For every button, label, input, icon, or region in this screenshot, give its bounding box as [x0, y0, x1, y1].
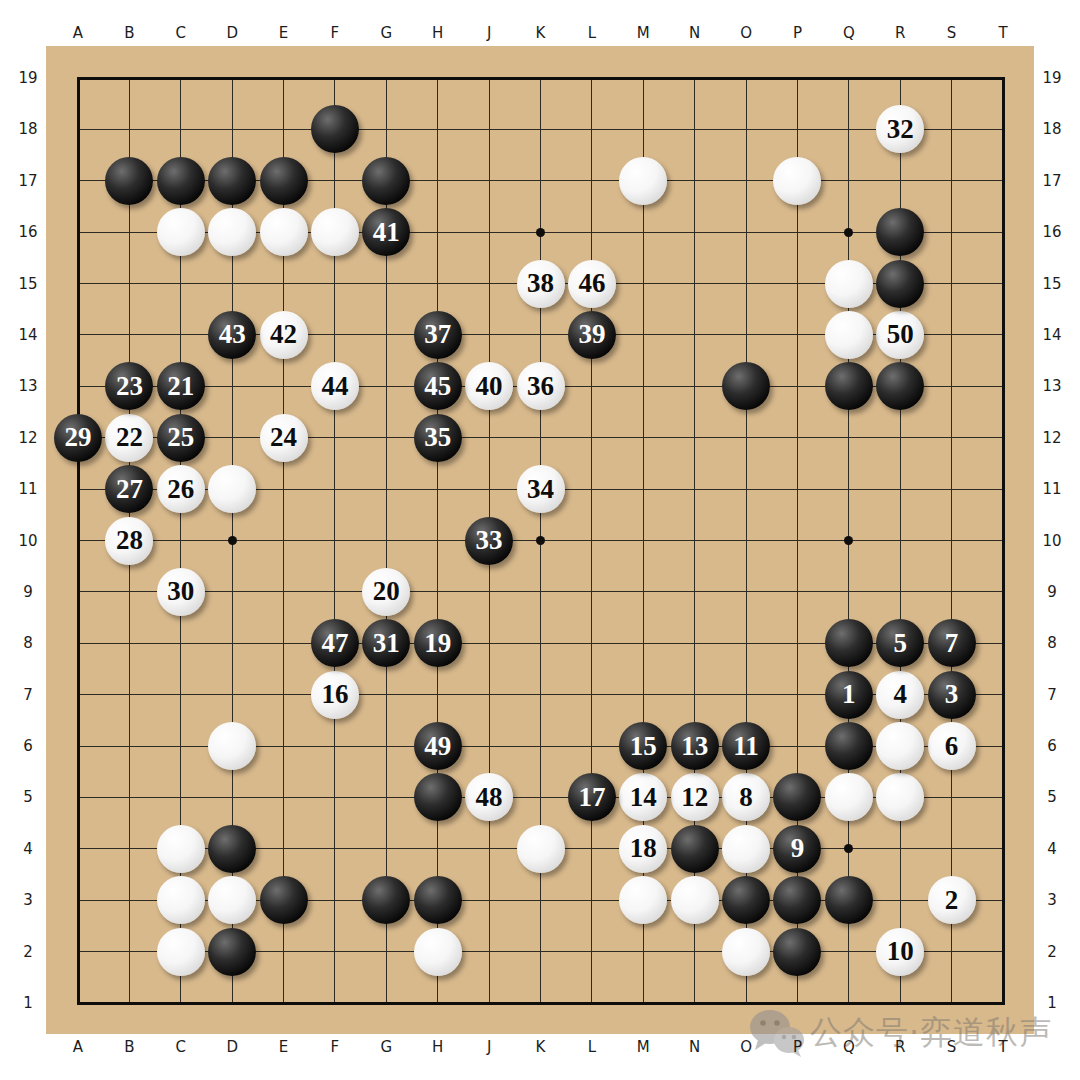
- stone-white: [260, 208, 308, 256]
- col-label-top: R: [895, 24, 905, 42]
- row-label-right: 15: [1042, 275, 1061, 293]
- row-label-right: 11: [1042, 480, 1061, 498]
- row-label-left: 15: [18, 275, 37, 293]
- stone-move-number: 27: [116, 476, 143, 503]
- stone-white: [157, 208, 205, 256]
- stone-black: [362, 157, 410, 205]
- stone-white: [722, 928, 770, 976]
- col-label-bottom: D: [226, 1038, 238, 1056]
- row-label-left: 4: [23, 840, 33, 858]
- stone-move-number: 47: [321, 630, 348, 657]
- stone-white: [208, 208, 256, 256]
- stone-black: [876, 260, 924, 308]
- stone-white: [157, 825, 205, 873]
- stone-black: [311, 105, 359, 153]
- col-label-top: M: [637, 24, 650, 42]
- row-label-left: 14: [18, 326, 37, 344]
- stone-move-number: 21: [167, 373, 194, 400]
- col-label-top: F: [331, 24, 340, 42]
- col-label-top: J: [487, 24, 491, 42]
- hoshi-point: [536, 228, 545, 237]
- col-label-top: H: [432, 24, 443, 42]
- stone-black: [773, 928, 821, 976]
- stone-white-move-20: 20: [362, 568, 410, 616]
- stone-move-number: 12: [681, 784, 708, 811]
- stone-move-number: 7: [945, 630, 959, 657]
- stone-move-number: 49: [424, 733, 451, 760]
- stone-black: [825, 362, 873, 410]
- col-label-bottom: E: [279, 1038, 288, 1056]
- row-label-left: 8: [23, 634, 33, 652]
- col-label-top: K: [536, 24, 546, 42]
- stone-white: [825, 773, 873, 821]
- row-label-left: 12: [18, 429, 37, 447]
- stone-black-move-15: 15: [619, 722, 667, 770]
- row-label-left: 5: [23, 788, 33, 806]
- stone-move-number: 8: [739, 784, 753, 811]
- row-label-right: 4: [1047, 840, 1057, 858]
- stone-black-move-9: 9: [773, 825, 821, 873]
- col-label-top: A: [73, 24, 83, 42]
- row-label-left: 3: [23, 891, 33, 909]
- stone-black-move-21: 21: [157, 362, 205, 410]
- stone-move-number: 37: [424, 321, 451, 348]
- row-label-right: 13: [1042, 377, 1061, 395]
- stone-black: [414, 876, 462, 924]
- stone-move-number: 24: [270, 424, 297, 451]
- stone-black-move-19: 19: [414, 619, 462, 667]
- col-label-bottom: L: [588, 1038, 596, 1056]
- stone-white-move-38: 38: [517, 260, 565, 308]
- stone-move-number: 29: [65, 424, 92, 451]
- stone-black: [671, 825, 719, 873]
- col-label-bottom: Q: [843, 1038, 855, 1056]
- hoshi-point: [228, 536, 237, 545]
- stone-move-number: 13: [681, 733, 708, 760]
- col-label-bottom: C: [176, 1038, 186, 1056]
- stone-white: [311, 208, 359, 256]
- stone-move-number: 30: [167, 578, 194, 605]
- stone-move-number: 50: [887, 321, 914, 348]
- stone-black: [722, 876, 770, 924]
- stone-white: [208, 722, 256, 770]
- stone-white-move-30: 30: [157, 568, 205, 616]
- col-label-top: T: [998, 24, 1007, 42]
- row-label-right: 7: [1047, 686, 1057, 704]
- col-label-bottom: J: [487, 1038, 491, 1056]
- stone-move-number: 9: [791, 835, 805, 862]
- stone-move-number: 25: [167, 424, 194, 451]
- stone-black: [825, 876, 873, 924]
- stone-move-number: 31: [373, 630, 400, 657]
- stone-white: [619, 157, 667, 205]
- col-label-top: B: [124, 24, 134, 42]
- stone-white: [157, 876, 205, 924]
- row-label-right: 8: [1047, 634, 1057, 652]
- stone-white-move-28: 28: [105, 517, 153, 565]
- col-label-bottom: N: [689, 1038, 700, 1056]
- stone-black: [105, 157, 153, 205]
- col-label-bottom: T: [998, 1038, 1007, 1056]
- row-label-left: 9: [23, 583, 33, 601]
- stone-move-number: 5: [893, 630, 907, 657]
- stone-white-move-18: 18: [619, 825, 667, 873]
- stone-white: [722, 825, 770, 873]
- stone-white: [414, 928, 462, 976]
- stone-move-number: 32: [887, 116, 914, 143]
- row-label-left: 10: [18, 532, 37, 550]
- stone-white-move-16: 16: [311, 671, 359, 719]
- stone-move-number: 19: [424, 630, 451, 657]
- stone-black-move-43: 43: [208, 311, 256, 359]
- stone-move-number: 40: [476, 373, 503, 400]
- stone-move-number: 2: [945, 887, 959, 914]
- stone-black-move-33: 33: [465, 517, 513, 565]
- stone-black-move-17: 17: [568, 773, 616, 821]
- stone-move-number: 23: [116, 373, 143, 400]
- col-label-top: Q: [843, 24, 855, 42]
- stone-white: [825, 260, 873, 308]
- stone-move-number: 17: [578, 784, 605, 811]
- stone-white-move-36: 36: [517, 362, 565, 410]
- stone-move-number: 4: [893, 681, 907, 708]
- stone-move-number: 28: [116, 527, 143, 554]
- stone-move-number: 42: [270, 321, 297, 348]
- hoshi-point: [536, 536, 545, 545]
- stone-white-move-2: 2: [928, 876, 976, 924]
- stone-move-number: 16: [321, 681, 348, 708]
- stone-white: [773, 157, 821, 205]
- col-label-top: D: [226, 24, 238, 42]
- col-label-bottom: B: [124, 1038, 134, 1056]
- stone-white-move-12: 12: [671, 773, 719, 821]
- stone-move-number: 43: [219, 321, 246, 348]
- stone-black-move-35: 35: [414, 414, 462, 462]
- col-label-bottom: R: [895, 1038, 905, 1056]
- stone-black: [208, 825, 256, 873]
- row-label-right: 18: [1042, 120, 1061, 138]
- row-label-left: 2: [23, 943, 33, 961]
- col-label-bottom: A: [73, 1038, 83, 1056]
- page: AABBCCDDEEFFGGHHJJKKLLMMNNOOPPQQRRSSTT19…: [0, 0, 1080, 1080]
- stone-white: [876, 722, 924, 770]
- stone-move-number: 1: [842, 681, 856, 708]
- stone-black: [157, 157, 205, 205]
- stone-white-move-4: 4: [876, 671, 924, 719]
- col-label-top: G: [381, 24, 393, 42]
- stone-move-number: 48: [476, 784, 503, 811]
- col-label-top: C: [176, 24, 186, 42]
- stone-white-move-50: 50: [876, 311, 924, 359]
- row-label-left: 11: [18, 480, 37, 498]
- stone-move-number: 46: [578, 270, 605, 297]
- stone-move-number: 11: [733, 733, 759, 760]
- col-label-top: O: [740, 24, 752, 42]
- hoshi-point: [844, 228, 853, 237]
- row-label-right: 5: [1047, 788, 1057, 806]
- stone-white-move-10: 10: [876, 928, 924, 976]
- stone-white: [671, 876, 719, 924]
- col-label-top: S: [947, 24, 957, 42]
- stone-white: [517, 825, 565, 873]
- row-label-right: 10: [1042, 532, 1061, 550]
- col-label-top: N: [689, 24, 700, 42]
- stone-white-move-44: 44: [311, 362, 359, 410]
- col-label-top: L: [588, 24, 596, 42]
- stone-white-move-6: 6: [928, 722, 976, 770]
- row-label-right: 12: [1042, 429, 1061, 447]
- stone-white-move-26: 26: [157, 465, 205, 513]
- row-label-right: 14: [1042, 326, 1061, 344]
- col-label-bottom: P: [793, 1038, 802, 1056]
- stone-move-number: 39: [578, 321, 605, 348]
- stone-black-move-37: 37: [414, 311, 462, 359]
- col-label-bottom: S: [947, 1038, 957, 1056]
- row-label-right: 19: [1042, 69, 1061, 87]
- stone-black-move-39: 39: [568, 311, 616, 359]
- stone-white: [208, 465, 256, 513]
- col-label-bottom: K: [536, 1038, 546, 1056]
- row-label-left: 17: [18, 172, 37, 190]
- row-label-left: 7: [23, 686, 33, 704]
- stone-move-number: 26: [167, 476, 194, 503]
- row-label-right: 1: [1047, 994, 1057, 1012]
- col-label-bottom: O: [740, 1038, 752, 1056]
- stone-move-number: 38: [527, 270, 554, 297]
- stone-move-number: 14: [630, 784, 657, 811]
- stone-black: [208, 928, 256, 976]
- stone-white-move-34: 34: [517, 465, 565, 513]
- stone-black-move-29: 29: [54, 414, 102, 462]
- stone-move-number: 41: [373, 219, 400, 246]
- row-label-right: 6: [1047, 737, 1057, 755]
- stone-black: [260, 157, 308, 205]
- stone-black: [825, 619, 873, 667]
- row-label-left: 6: [23, 737, 33, 755]
- stone-white-move-46: 46: [568, 260, 616, 308]
- row-label-right: 16: [1042, 223, 1061, 241]
- col-label-bottom: F: [331, 1038, 340, 1056]
- row-label-left: 16: [18, 223, 37, 241]
- stone-move-number: 35: [424, 424, 451, 451]
- col-label-bottom: H: [432, 1038, 443, 1056]
- stone-white: [157, 928, 205, 976]
- row-label-left: 1: [23, 994, 33, 1012]
- stone-move-number: 22: [116, 424, 143, 451]
- stone-black-move-7: 7: [928, 619, 976, 667]
- row-label-left: 18: [18, 120, 37, 138]
- stone-black: [208, 157, 256, 205]
- stone-move-number: 34: [527, 476, 554, 503]
- col-label-top: E: [279, 24, 288, 42]
- stone-move-number: 36: [527, 373, 554, 400]
- stone-white-move-42: 42: [260, 311, 308, 359]
- stone-black-move-47: 47: [311, 619, 359, 667]
- stone-move-number: 10: [887, 938, 914, 965]
- stone-black-move-45: 45: [414, 362, 462, 410]
- row-label-right: 2: [1047, 943, 1057, 961]
- stone-white-move-24: 24: [260, 414, 308, 462]
- row-label-left: 19: [18, 69, 37, 87]
- stone-black: [260, 876, 308, 924]
- stone-black-move-13: 13: [671, 722, 719, 770]
- stone-move-number: 15: [630, 733, 657, 760]
- row-label-left: 13: [18, 377, 37, 395]
- col-label-bottom: G: [381, 1038, 393, 1056]
- stone-move-number: 6: [945, 733, 959, 760]
- stone-move-number: 3: [945, 681, 959, 708]
- stone-black-move-25: 25: [157, 414, 205, 462]
- stone-black-move-3: 3: [928, 671, 976, 719]
- stone-white-move-22: 22: [105, 414, 153, 462]
- row-label-right: 17: [1042, 172, 1061, 190]
- stone-black: [414, 773, 462, 821]
- row-label-right: 3: [1047, 891, 1057, 909]
- stone-move-number: 44: [321, 373, 348, 400]
- stone-move-number: 33: [476, 527, 503, 554]
- stone-move-number: 18: [630, 835, 657, 862]
- stone-black: [825, 722, 873, 770]
- stone-black-move-1: 1: [825, 671, 873, 719]
- stone-move-number: 45: [424, 373, 451, 400]
- stone-black-move-11: 11: [722, 722, 770, 770]
- stone-move-number: 20: [373, 578, 400, 605]
- col-label-top: P: [793, 24, 802, 42]
- stone-black-move-49: 49: [414, 722, 462, 770]
- col-label-bottom: M: [637, 1038, 650, 1056]
- stone-white: [825, 311, 873, 359]
- row-label-right: 9: [1047, 583, 1057, 601]
